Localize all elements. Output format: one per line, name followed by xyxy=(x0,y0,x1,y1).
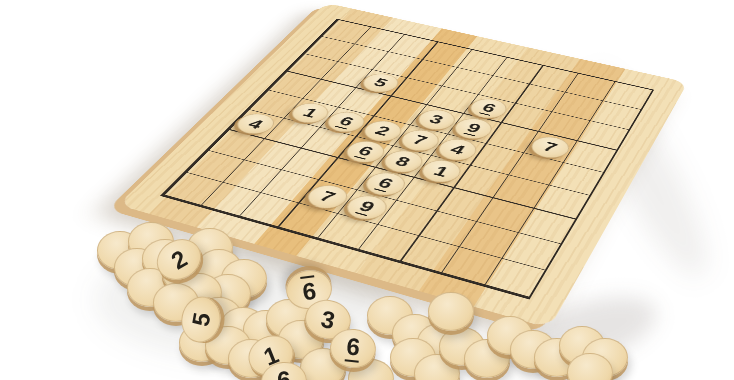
photo-scene: 56397162744681679 2593166 xyxy=(0,0,734,380)
pile-tile-blank[interactable] xyxy=(428,292,474,331)
